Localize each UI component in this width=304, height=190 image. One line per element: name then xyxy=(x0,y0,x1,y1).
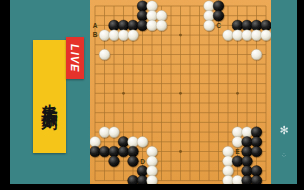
black-stone xyxy=(213,1,224,12)
white-stone xyxy=(147,1,158,12)
video-frame: ABCDE 先手后手原则 LIVE ✻ ⁘ xyxy=(0,0,304,190)
black-stone xyxy=(251,127,262,138)
white-stone xyxy=(99,30,110,41)
white-stone xyxy=(204,20,215,31)
white-stone xyxy=(232,30,243,41)
black-stone xyxy=(137,10,148,21)
black-stone xyxy=(261,20,271,31)
black-stone xyxy=(242,146,253,157)
white-stone xyxy=(232,175,243,184)
white-stone xyxy=(223,175,234,184)
white-stone xyxy=(223,166,234,177)
black-stone xyxy=(109,20,120,31)
black-stone xyxy=(137,20,148,31)
live-badge-label: LIVE xyxy=(69,44,81,72)
left-frame-bar xyxy=(0,0,10,190)
white-stone xyxy=(251,49,262,60)
go-board-surface: ABCDE xyxy=(90,0,271,184)
black-stone xyxy=(232,156,243,167)
white-stone xyxy=(109,127,120,138)
right-frame-bar xyxy=(297,0,304,190)
white-stone xyxy=(156,20,167,31)
white-stone xyxy=(128,30,139,41)
live-badge: LIVE xyxy=(66,37,84,79)
black-stone xyxy=(242,166,253,177)
black-stone xyxy=(118,136,129,147)
white-stone xyxy=(156,10,167,21)
white-stone xyxy=(242,127,253,138)
white-stone xyxy=(251,30,262,41)
point-label-A: A xyxy=(93,22,98,29)
black-stone xyxy=(251,166,262,177)
black-stone xyxy=(109,156,120,167)
white-stone xyxy=(223,156,234,167)
black-stone xyxy=(213,10,224,21)
white-stone xyxy=(232,127,243,138)
black-stone xyxy=(118,146,129,157)
black-stone xyxy=(232,20,243,31)
go-board[interactable]: ABCDE xyxy=(90,0,271,184)
black-stone xyxy=(251,146,262,157)
point-label-E: E xyxy=(235,148,240,155)
white-stone xyxy=(109,30,120,41)
point-label-D: D xyxy=(140,158,145,165)
white-stone xyxy=(223,30,234,41)
lecture-title-banner: 先手后手原则 xyxy=(33,40,66,153)
black-stone xyxy=(90,146,100,157)
white-stone xyxy=(147,10,158,21)
black-stone xyxy=(137,175,148,184)
white-stone xyxy=(118,30,129,41)
black-stone xyxy=(128,20,139,31)
white-stone xyxy=(204,10,215,21)
white-stone xyxy=(204,1,215,12)
point-label-B: B xyxy=(93,31,98,38)
black-stone xyxy=(242,20,253,31)
white-stone xyxy=(147,146,158,157)
white-stone xyxy=(137,136,148,147)
black-stone xyxy=(242,156,253,167)
watermark-marks-icon: ⁘ xyxy=(276,152,292,160)
black-stone xyxy=(242,175,253,184)
black-stone xyxy=(118,20,129,31)
black-stone xyxy=(109,146,120,157)
point-label-C: C xyxy=(216,22,221,29)
bottom-frame-bar xyxy=(0,184,304,190)
white-stone xyxy=(99,127,110,138)
white-stone xyxy=(147,166,158,177)
black-stone xyxy=(128,156,139,167)
black-stone xyxy=(99,146,110,157)
white-stone xyxy=(128,136,139,147)
white-stone xyxy=(261,30,271,41)
white-stone xyxy=(90,136,100,147)
black-stone xyxy=(128,146,139,157)
white-stone xyxy=(147,175,158,184)
black-stone xyxy=(137,1,148,12)
white-stone xyxy=(232,136,243,147)
lecture-title: 先手后手原则 xyxy=(42,91,58,103)
black-stone xyxy=(251,175,262,184)
black-stone xyxy=(137,166,148,177)
black-stone xyxy=(128,175,139,184)
black-stone xyxy=(251,136,262,147)
black-stone xyxy=(242,136,253,147)
white-stone xyxy=(99,49,110,60)
watermark-flower-icon: ✻ xyxy=(274,124,294,137)
white-stone xyxy=(242,30,253,41)
black-stone xyxy=(251,20,262,31)
white-stone xyxy=(223,146,234,157)
white-stone xyxy=(147,156,158,167)
white-stone xyxy=(147,20,158,31)
